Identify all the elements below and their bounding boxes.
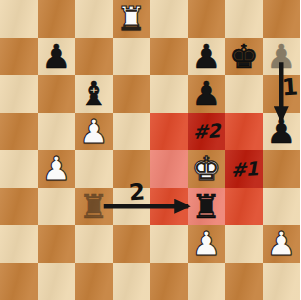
- square-c1[interactable]: [75, 263, 113, 300]
- square-g2[interactable]: [225, 225, 263, 263]
- chess-diagram: ♜♟♟♚♟♝♟♟♟♟♚♜♜♟♟ #2#112: [0, 0, 300, 300]
- square-f3[interactable]: ♜: [188, 188, 226, 226]
- square-a7[interactable]: [0, 38, 38, 76]
- square-h7[interactable]: ♟: [263, 38, 301, 76]
- square-g3[interactable]: [225, 188, 263, 226]
- square-f5[interactable]: [188, 113, 226, 151]
- square-a4[interactable]: [0, 150, 38, 188]
- black-pawn-ghost-h7: ♟: [266, 40, 296, 73]
- square-b6[interactable]: [38, 75, 76, 113]
- square-d4[interactable]: [113, 150, 151, 188]
- black-pawn-b7: ♟: [41, 40, 71, 73]
- black-rook-ghost-c3: ♜: [79, 190, 109, 223]
- square-b7[interactable]: ♟: [38, 38, 76, 76]
- square-c3[interactable]: ♜: [75, 188, 113, 226]
- square-c8[interactable]: [75, 0, 113, 38]
- square-e3[interactable]: [150, 188, 188, 226]
- white-pawn-c5: ♟: [79, 115, 109, 148]
- square-d7[interactable]: [113, 38, 151, 76]
- square-b5[interactable]: [38, 113, 76, 151]
- square-a3[interactable]: [0, 188, 38, 226]
- black-bishop-c6: ♝: [79, 77, 109, 110]
- black-pawn-h5: ♟: [266, 115, 296, 148]
- square-c6[interactable]: ♝: [75, 75, 113, 113]
- black-pawn-f6: ♟: [191, 77, 221, 110]
- square-f7[interactable]: ♟: [188, 38, 226, 76]
- square-d5[interactable]: [113, 113, 151, 151]
- square-h5[interactable]: ♟: [263, 113, 301, 151]
- square-a6[interactable]: [0, 75, 38, 113]
- square-a5[interactable]: [0, 113, 38, 151]
- square-b8[interactable]: [38, 0, 76, 38]
- white-pawn-b4: ♟: [41, 152, 71, 185]
- square-g4[interactable]: [225, 150, 263, 188]
- white-pawn-f2: ♟: [191, 227, 221, 260]
- square-h2[interactable]: ♟: [263, 225, 301, 263]
- square-f6[interactable]: ♟: [188, 75, 226, 113]
- square-f1[interactable]: [188, 263, 226, 300]
- square-g1[interactable]: [225, 263, 263, 300]
- square-f2[interactable]: ♟: [188, 225, 226, 263]
- chess-board: ♜♟♟♚♟♝♟♟♟♟♚♜♜♟♟: [0, 0, 300, 300]
- square-d6[interactable]: [113, 75, 151, 113]
- square-h6[interactable]: [263, 75, 301, 113]
- black-rook-f3: ♜: [191, 190, 221, 223]
- square-h8[interactable]: [263, 0, 301, 38]
- square-b3[interactable]: [38, 188, 76, 226]
- square-f8[interactable]: [188, 0, 226, 38]
- square-g7[interactable]: ♚: [225, 38, 263, 76]
- square-e8[interactable]: [150, 0, 188, 38]
- square-b4[interactable]: ♟: [38, 150, 76, 188]
- square-e5[interactable]: [150, 113, 188, 151]
- square-g5[interactable]: [225, 113, 263, 151]
- square-c2[interactable]: [75, 225, 113, 263]
- square-g6[interactable]: [225, 75, 263, 113]
- square-h3[interactable]: [263, 188, 301, 226]
- square-e2[interactable]: [150, 225, 188, 263]
- square-a2[interactable]: [0, 225, 38, 263]
- square-b1[interactable]: [38, 263, 76, 300]
- square-g8[interactable]: [225, 0, 263, 38]
- white-king-f4: ♚: [191, 152, 221, 185]
- black-king-g7: ♚: [229, 40, 259, 73]
- square-d2[interactable]: [113, 225, 151, 263]
- square-e1[interactable]: [150, 263, 188, 300]
- white-pawn-h2: ♟: [266, 227, 296, 260]
- square-d8[interactable]: ♜: [113, 0, 151, 38]
- square-h1[interactable]: [263, 263, 301, 300]
- square-a1[interactable]: [0, 263, 38, 300]
- square-c7[interactable]: [75, 38, 113, 76]
- square-b2[interactable]: [38, 225, 76, 263]
- square-e4[interactable]: [150, 150, 188, 188]
- white-rook-d8: ♜: [116, 2, 146, 35]
- square-f4[interactable]: ♚: [188, 150, 226, 188]
- square-a8[interactable]: [0, 0, 38, 38]
- square-e6[interactable]: [150, 75, 188, 113]
- square-c5[interactable]: ♟: [75, 113, 113, 151]
- square-d1[interactable]: [113, 263, 151, 300]
- square-d3[interactable]: [113, 188, 151, 226]
- black-pawn-f7: ♟: [191, 40, 221, 73]
- square-c4[interactable]: [75, 150, 113, 188]
- square-e7[interactable]: [150, 38, 188, 76]
- square-h4[interactable]: [263, 150, 301, 188]
